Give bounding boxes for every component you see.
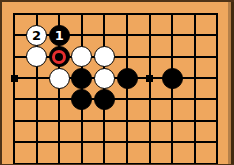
stone-black	[71, 89, 92, 110]
stone-black	[117, 68, 138, 89]
stone-black	[71, 68, 92, 89]
stone-white	[26, 46, 47, 67]
grid-line-horizontal	[13, 120, 218, 122]
frame-shadow-dark	[231, 0, 234, 165]
stone-white	[94, 68, 115, 89]
grid-line-horizontal	[13, 13, 218, 15]
stone-black	[162, 68, 183, 89]
stone-black	[94, 89, 115, 110]
go-board: 21	[0, 0, 234, 165]
stone-black	[49, 46, 70, 67]
grid-line-horizontal	[13, 77, 218, 79]
stone-black: 1	[49, 25, 70, 46]
move-number-label: 2	[32, 29, 41, 42]
frame-edge-left	[0, 0, 2, 165]
star-point	[146, 75, 153, 82]
stone-white	[94, 46, 115, 67]
grid-line-horizontal	[13, 141, 218, 143]
frame-edge-top	[0, 0, 234, 2]
frame-edge-bottom	[0, 164, 234, 165]
circle-marker	[52, 50, 66, 64]
stone-white	[49, 68, 70, 89]
stone-white: 2	[26, 25, 47, 46]
stone-white	[71, 46, 92, 67]
star-point	[11, 75, 18, 82]
move-number-label: 1	[55, 29, 64, 42]
grid-line-horizontal	[13, 98, 218, 100]
